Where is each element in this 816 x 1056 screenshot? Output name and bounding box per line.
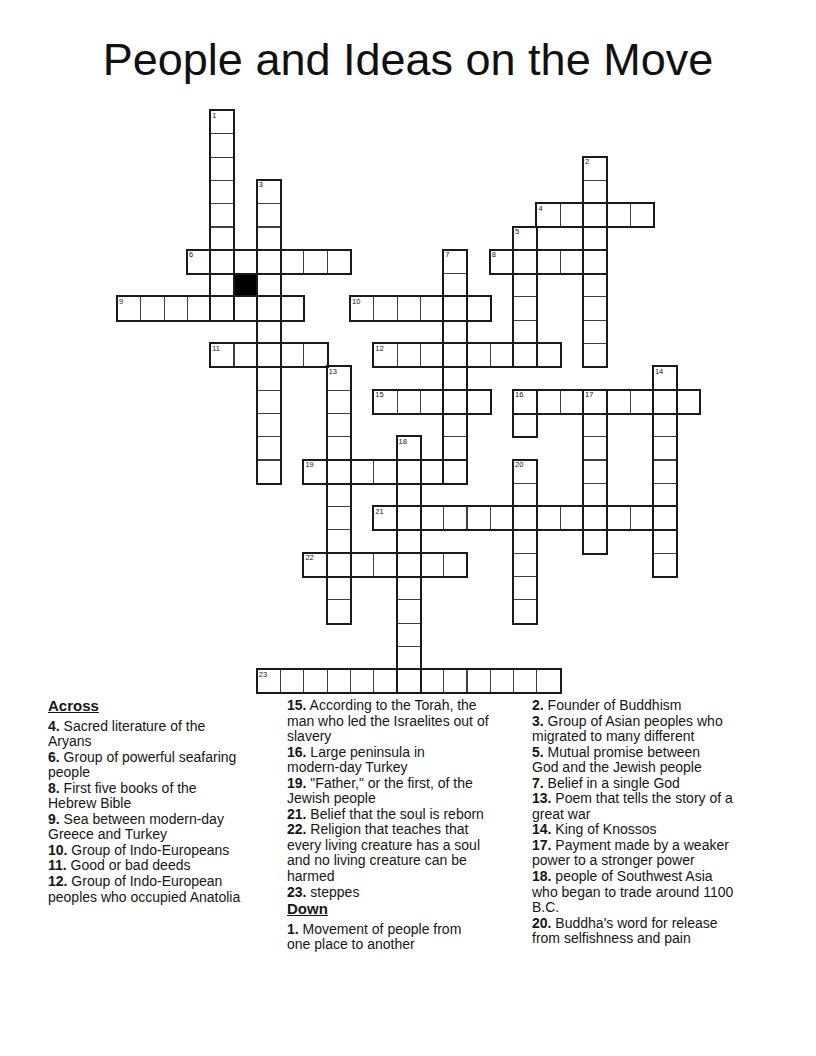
down-header: Down [287, 901, 529, 917]
grid-cell[interactable] [583, 250, 607, 274]
grid-cell[interactable] [583, 460, 607, 484]
grid-cell[interactable] [257, 296, 281, 320]
across-clue-8: 8. First five books of the Hebrew Bible [48, 781, 286, 812]
grid-cell[interactable] [373, 553, 397, 577]
grid-cell[interactable] [606, 203, 630, 227]
grid-cell[interactable] [257, 390, 281, 414]
grid-cell[interactable] [443, 320, 467, 344]
grid-cell[interactable] [583, 506, 607, 530]
across-clue-19: 19. "Father," or the first, of the Jewis… [287, 776, 529, 807]
crossword-page: { "game": "crossword", "title": "People … [0, 0, 816, 1056]
clue-number: 5. [532, 744, 544, 760]
clue-number: 21. [287, 806, 306, 822]
clue-text: Mutual promise between God and the Jewis… [532, 744, 702, 776]
grid-cell[interactable] [583, 343, 607, 367]
grid-cell[interactable] [210, 157, 234, 181]
grid-cell[interactable] [513, 227, 537, 251]
clue-column-2: 15. According to the Torah, the man who … [287, 698, 529, 953]
grid-cell[interactable] [303, 250, 327, 274]
clue-number: 6. [48, 749, 60, 765]
down-clue-2: 2. Founder of Buddhism [532, 698, 770, 714]
grid-cell[interactable] [257, 250, 281, 274]
grid-cell[interactable] [443, 460, 467, 484]
grid-cell[interactable] [234, 343, 258, 367]
grid-cell[interactable] [397, 483, 421, 507]
grid-cell[interactable] [513, 553, 537, 577]
clue-number: 20. [532, 915, 551, 931]
grid-cell[interactable] [257, 180, 281, 204]
clue-number: 17. [532, 837, 551, 853]
grid-cell[interactable] [653, 366, 677, 390]
clue-number: 4. [48, 718, 60, 734]
grid-cell[interactable] [653, 436, 677, 460]
grid-cell[interactable] [140, 296, 164, 320]
across-clue-16: 16. Large peninsula in modern-day Turkey [287, 745, 529, 776]
grid-cell[interactable] [164, 296, 188, 320]
down-clue-18: 18. people of Southwest Asia who began t… [532, 869, 770, 916]
black-cell [234, 273, 258, 297]
grid-cell[interactable] [210, 273, 234, 297]
grid-cell[interactable] [327, 390, 351, 414]
grid-cell[interactable] [420, 669, 444, 693]
across-clue-12: 12. Group of Indo-European peoples who o… [48, 874, 286, 905]
grid-cell[interactable] [443, 343, 467, 367]
grid-cell[interactable] [327, 576, 351, 600]
clue-number: 7. [532, 775, 544, 791]
grid-cell[interactable] [443, 436, 467, 460]
grid-cell[interactable] [257, 203, 281, 227]
grid-cell[interactable] [606, 506, 630, 530]
grid-cell[interactable] [513, 669, 537, 693]
grid-cell[interactable] [653, 506, 677, 530]
grid-cell[interactable] [583, 180, 607, 204]
grid-cell[interactable] [327, 506, 351, 530]
grid-cell[interactable] [513, 250, 537, 274]
grid-cell[interactable] [653, 529, 677, 553]
across-clue-4: 4. Sacred literature of the Aryans [48, 719, 286, 750]
grid-cell[interactable] [397, 646, 421, 670]
grid-cell[interactable] [490, 506, 514, 530]
grid-cell[interactable] [280, 250, 304, 274]
grid-cell[interactable] [187, 296, 211, 320]
clue-text: Religion that teaches that every living … [287, 821, 480, 884]
grid-cell[interactable] [303, 669, 327, 693]
grid-cell[interactable] [327, 553, 351, 577]
grid-cell[interactable] [653, 553, 677, 577]
clue-text: Group of Indo-Europeans [67, 842, 229, 858]
grid-cell[interactable] [443, 506, 467, 530]
grid-cell[interactable] [397, 669, 421, 693]
clue-number: 2. [532, 697, 544, 713]
grid-cell[interactable] [513, 296, 537, 320]
grid-cell[interactable] [653, 413, 677, 437]
grid-cell[interactable] [536, 343, 560, 367]
grid-cell[interactable] [420, 553, 444, 577]
grid-cell[interactable] [257, 227, 281, 251]
down-clue-5: 5. Mutual promise between God and the Je… [532, 745, 770, 776]
grid-cell[interactable] [513, 390, 537, 414]
grid-cell[interactable] [210, 343, 234, 367]
across-clue-23: 23. steppes [287, 885, 529, 901]
grid-cell[interactable] [327, 529, 351, 553]
grid-cell[interactable] [397, 506, 421, 530]
clue-number: 1. [287, 921, 299, 937]
grid-cell[interactable] [560, 203, 584, 227]
grid-cell[interactable] [536, 390, 560, 414]
grid-cell[interactable] [420, 296, 444, 320]
grid-cell[interactable] [350, 553, 374, 577]
grid-cell[interactable] [210, 296, 234, 320]
grid-cell[interactable] [210, 203, 234, 227]
grid-cell[interactable] [420, 343, 444, 367]
grid-cell[interactable] [513, 599, 537, 623]
grid-cell[interactable] [513, 483, 537, 507]
grid-cell[interactable] [583, 203, 607, 227]
across-clue-22: 22. Religion that teaches that every liv… [287, 822, 529, 884]
clue-text: Sea between modern-day Greece and Turkey [48, 811, 224, 843]
grid-cell[interactable] [536, 203, 560, 227]
grid-cell[interactable] [350, 460, 374, 484]
grid-cell[interactable] [187, 250, 211, 274]
clue-text: King of Knossos [551, 821, 656, 837]
grid-cell[interactable] [536, 506, 560, 530]
across-header: Across [48, 698, 286, 714]
grid-cell[interactable] [327, 366, 351, 390]
grid-cell[interactable] [327, 669, 351, 693]
clue-text: people of Southwest Asia who began to tr… [532, 868, 733, 915]
grid-cell[interactable] [420, 390, 444, 414]
grid-cell[interactable] [583, 390, 607, 414]
across-clue-9: 9. Sea between modern-day Greece and Tur… [48, 812, 286, 843]
grid-cell[interactable] [373, 460, 397, 484]
grid-cell[interactable] [420, 506, 444, 530]
grid-cell[interactable] [280, 343, 304, 367]
clue-number: 11. [48, 857, 67, 873]
clue-text: Group of Indo-European peoples who occup… [48, 873, 240, 905]
grid-cell[interactable] [513, 529, 537, 553]
across-clue-10: 10. Group of Indo-Europeans [48, 843, 286, 859]
grid-cell[interactable] [560, 506, 584, 530]
grid-cell[interactable] [583, 483, 607, 507]
down-clue-3: 3. Group of Asian peoples who migrated t… [532, 714, 770, 745]
down-clue-17: 17. Payment made by a weaker power to a … [532, 838, 770, 869]
clue-number: 13. [532, 790, 551, 806]
grid-cell[interactable] [373, 343, 397, 367]
down-clue-7: 7. Belief in a single God [532, 776, 770, 792]
grid-cell[interactable] [280, 296, 304, 320]
across-clue-6: 6. Group of powerful seafaring people [48, 750, 286, 781]
grid-cell[interactable] [303, 343, 327, 367]
clue-text: steppes [306, 884, 359, 900]
clue-text: Poem that tells the story of a great war [532, 790, 733, 822]
grid-cell[interactable] [397, 296, 421, 320]
grid-cell[interactable] [467, 343, 491, 367]
grid-cell[interactable] [443, 413, 467, 437]
grid-cell[interactable] [327, 436, 351, 460]
clue-number: 12. [48, 873, 67, 889]
grid-cell[interactable] [257, 320, 281, 344]
grid-cell[interactable] [467, 506, 491, 530]
grid-cell[interactable] [490, 669, 514, 693]
down-clue-20: 20. Buddha's word for release from selfi… [532, 916, 770, 947]
clue-text: First five books of the Hebrew Bible [48, 780, 197, 812]
clue-text: "Father," or the first, of the Jewish pe… [287, 775, 473, 807]
grid-cell[interactable] [210, 110, 234, 134]
clue-text: Buddha's word for release from selfishne… [532, 915, 718, 947]
grid-cell[interactable] [257, 413, 281, 437]
clue-number: 9. [48, 811, 60, 827]
grid-cell[interactable] [513, 576, 537, 600]
grid-cell[interactable] [397, 576, 421, 600]
grid-cell[interactable] [443, 390, 467, 414]
across-clue-11: 11. Good or bad deeds [48, 858, 286, 874]
grid-cell[interactable] [210, 250, 234, 274]
grid-cell[interactable] [257, 273, 281, 297]
grid-cell[interactable] [397, 529, 421, 553]
grid-cell[interactable] [327, 250, 351, 274]
down-clue-1: 1. Movement of people from one place to … [287, 922, 529, 953]
clue-number: 18. [532, 868, 551, 884]
clue-text: Group of Asian peoples who migrated to m… [532, 713, 723, 745]
grid-cell[interactable] [467, 390, 491, 414]
clue-number: 3. [532, 713, 544, 729]
grid-cell[interactable] [443, 273, 467, 297]
clue-text: Belief that the soul is reborn [306, 806, 483, 822]
grid-cell[interactable] [583, 227, 607, 251]
grid-cell[interactable] [490, 250, 514, 274]
clue-column-1: Across4. Sacred literature of the Aryans… [48, 698, 286, 905]
grid-cell[interactable] [653, 390, 677, 414]
clue-text: According to the Torah, the man who led … [287, 697, 489, 744]
grid-cell[interactable] [443, 669, 467, 693]
grid-cell[interactable] [397, 343, 421, 367]
grid-cell[interactable] [606, 390, 630, 414]
grid-cell[interactable] [397, 553, 421, 577]
grid-cell[interactable] [280, 669, 304, 693]
grid-cell[interactable] [630, 390, 654, 414]
clue-text: Payment made by a weaker power to a stro… [532, 837, 729, 869]
clue-number: 23. [287, 884, 306, 900]
clue-text: Group of powerful seafaring people [48, 749, 236, 781]
grid-cell[interactable] [583, 436, 607, 460]
grid-cell[interactable] [630, 506, 654, 530]
grid-cell[interactable] [513, 343, 537, 367]
grid-cell[interactable] [210, 180, 234, 204]
grid-cell[interactable] [303, 553, 327, 577]
grid-cell[interactable] [443, 553, 467, 577]
grid-cell[interactable] [327, 599, 351, 623]
grid-cell[interactable] [513, 460, 537, 484]
grid-cell[interactable] [327, 460, 351, 484]
grid-cell[interactable] [373, 390, 397, 414]
grid-cell[interactable] [397, 599, 421, 623]
grid-cell[interactable] [467, 669, 491, 693]
grid-cell[interactable] [513, 413, 537, 437]
grid-cell[interactable] [373, 669, 397, 693]
grid-cell[interactable] [583, 413, 607, 437]
grid-cell[interactable] [467, 296, 491, 320]
grid-cell[interactable] [373, 296, 397, 320]
grid-cell[interactable] [513, 273, 537, 297]
grid-cell[interactable] [583, 157, 607, 181]
clue-text: Good or bad deeds [67, 857, 191, 873]
clue-number: 8. [48, 780, 60, 796]
grid-cell[interactable] [210, 227, 234, 251]
grid-cell[interactable] [513, 320, 537, 344]
grid-cell[interactable] [536, 250, 560, 274]
grid-cell[interactable] [257, 436, 281, 460]
grid-cell[interactable] [117, 296, 141, 320]
grid-cell[interactable] [443, 366, 467, 390]
grid-cell[interactable] [676, 390, 700, 414]
grid-cell[interactable] [583, 273, 607, 297]
clue-number: 14. [532, 821, 551, 837]
grid-cell[interactable] [420, 460, 444, 484]
across-clue-15: 15. According to the Torah, the man who … [287, 698, 529, 745]
grid-cell[interactable] [350, 296, 374, 320]
clue-text: Sacred literature of the Aryans [48, 718, 205, 750]
grid-cell[interactable] [560, 250, 584, 274]
clue-column-3: 2. Founder of Buddhism3. Group of Asian … [532, 698, 770, 947]
grid-cell[interactable] [653, 483, 677, 507]
grid-cell[interactable] [583, 296, 607, 320]
crossword-grid: 1234567891011121314151617181920212223 [117, 110, 701, 694]
grid-cell[interactable] [536, 669, 560, 693]
clue-text: Founder of Buddhism [544, 697, 682, 713]
grid-cell[interactable] [234, 296, 258, 320]
grid-cell[interactable] [490, 343, 514, 367]
grid-cell[interactable] [397, 436, 421, 460]
grid-cell[interactable] [373, 506, 397, 530]
grid-cell[interactable] [303, 460, 327, 484]
grid-cell[interactable] [443, 296, 467, 320]
grid-cell[interactable] [397, 390, 421, 414]
grid-cell[interactable] [560, 390, 584, 414]
clue-number: 22. [287, 821, 306, 837]
grid-cell[interactable] [210, 133, 234, 157]
grid-cell[interactable] [513, 506, 537, 530]
grid-cell[interactable] [397, 460, 421, 484]
clue-text: Belief in a single God [544, 775, 680, 791]
clue-number: 10. [48, 842, 67, 858]
clue-text: Large peninsula in modern-day Turkey [287, 744, 425, 776]
grid-cell[interactable] [257, 460, 281, 484]
grid-cell[interactable] [327, 413, 351, 437]
grid-cell[interactable] [257, 343, 281, 367]
grid-cell[interactable] [234, 250, 258, 274]
clue-text: Movement of people from one place to ano… [287, 921, 461, 953]
grid-cell[interactable] [327, 483, 351, 507]
grid-cell[interactable] [653, 460, 677, 484]
clue-number: 16. [287, 744, 306, 760]
clue-number: 19. [287, 775, 306, 791]
grid-cell[interactable] [257, 366, 281, 390]
grid-cell[interactable] [583, 529, 607, 553]
grid-cell[interactable] [443, 250, 467, 274]
grid-cell[interactable] [350, 669, 374, 693]
grid-cell[interactable] [257, 669, 281, 693]
grid-cell[interactable] [630, 203, 654, 227]
down-clue-14: 14. King of Knossos [532, 822, 770, 838]
clue-number: 15. [287, 697, 306, 713]
grid-cell[interactable] [583, 320, 607, 344]
puzzle-title: People and Ideas on the Move [0, 36, 816, 83]
across-clue-21: 21. Belief that the soul is reborn [287, 807, 529, 823]
grid-cell[interactable] [397, 623, 421, 647]
down-clue-13: 13. Poem that tells the story of a great… [532, 791, 770, 822]
